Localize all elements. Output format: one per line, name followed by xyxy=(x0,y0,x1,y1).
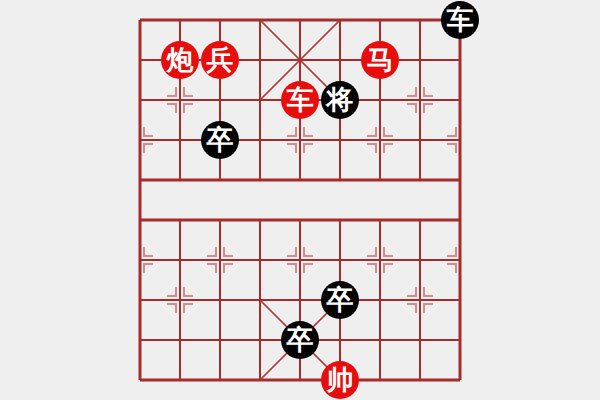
piece-red-horse[interactable]: 马 xyxy=(361,41,399,79)
piece-red-soldier[interactable]: 兵 xyxy=(201,41,239,79)
piece-black-soldier[interactable]: 卒 xyxy=(321,281,359,319)
piece-red-general[interactable]: 帅 xyxy=(321,361,359,399)
piece-red-cannon[interactable]: 炮 xyxy=(161,41,199,79)
piece-black-chariot[interactable]: 车 xyxy=(441,1,479,39)
xiangqi-board: 车炮兵马车将卒卒卒帅 xyxy=(0,0,600,400)
piece-grid: 车炮兵马车将卒卒卒帅 xyxy=(120,0,480,400)
piece-black-soldier[interactable]: 卒 xyxy=(281,321,319,359)
piece-red-chariot[interactable]: 车 xyxy=(281,81,319,119)
piece-black-soldier[interactable]: 卒 xyxy=(201,121,239,159)
piece-black-general[interactable]: 将 xyxy=(321,81,359,119)
